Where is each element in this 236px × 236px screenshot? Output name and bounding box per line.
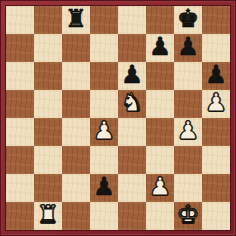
square-b7[interactable] — [34, 34, 62, 62]
white-knight-e5[interactable]: ♞ — [121, 90, 143, 117]
white-pawn-d4[interactable]: ♟ — [93, 118, 115, 145]
square-c4[interactable] — [62, 118, 90, 146]
square-d1[interactable] — [90, 202, 118, 230]
board-frame: ♜♚♟♟♟♟♞♟♟♟♟♟♜♚ — [0, 0, 236, 236]
square-a5[interactable] — [6, 90, 34, 118]
square-e7[interactable] — [118, 34, 146, 62]
square-e5[interactable]: ♞ — [118, 90, 146, 118]
square-g3[interactable] — [174, 146, 202, 174]
square-a2[interactable] — [6, 174, 34, 202]
square-g8[interactable]: ♚ — [174, 6, 202, 34]
white-pawn-h5[interactable]: ♟ — [205, 90, 227, 117]
square-d4[interactable]: ♟ — [90, 118, 118, 146]
square-h8[interactable] — [202, 6, 230, 34]
square-b6[interactable] — [34, 62, 62, 90]
black-pawn-d2[interactable]: ♟ — [93, 174, 115, 201]
square-f1[interactable] — [146, 202, 174, 230]
square-h7[interactable] — [202, 34, 230, 62]
square-f6[interactable] — [146, 62, 174, 90]
square-e8[interactable] — [118, 6, 146, 34]
square-d8[interactable] — [90, 6, 118, 34]
square-a4[interactable] — [6, 118, 34, 146]
square-b8[interactable] — [34, 6, 62, 34]
white-pawn-g4[interactable]: ♟ — [177, 118, 199, 145]
black-pawn-g7[interactable]: ♟ — [177, 34, 199, 61]
square-g5[interactable] — [174, 90, 202, 118]
square-e3[interactable] — [118, 146, 146, 174]
square-f8[interactable] — [146, 6, 174, 34]
square-b3[interactable] — [34, 146, 62, 174]
black-king-g8[interactable]: ♚ — [177, 6, 199, 33]
square-c8[interactable]: ♜ — [62, 6, 90, 34]
square-c2[interactable] — [62, 174, 90, 202]
square-h4[interactable] — [202, 118, 230, 146]
square-d3[interactable] — [90, 146, 118, 174]
square-a1[interactable] — [6, 202, 34, 230]
square-e4[interactable] — [118, 118, 146, 146]
square-a6[interactable] — [6, 62, 34, 90]
square-c5[interactable] — [62, 90, 90, 118]
square-e1[interactable] — [118, 202, 146, 230]
square-d2[interactable]: ♟ — [90, 174, 118, 202]
square-c7[interactable] — [62, 34, 90, 62]
square-c1[interactable] — [62, 202, 90, 230]
black-rook-c8[interactable]: ♜ — [65, 6, 87, 33]
square-g6[interactable] — [174, 62, 202, 90]
chess-board: ♜♚♟♟♟♟♞♟♟♟♟♟♜♚ — [6, 6, 230, 230]
square-b4[interactable] — [34, 118, 62, 146]
black-pawn-h6[interactable]: ♟ — [205, 62, 227, 89]
square-e2[interactable] — [118, 174, 146, 202]
black-pawn-f7[interactable]: ♟ — [149, 34, 171, 61]
square-f7[interactable]: ♟ — [146, 34, 174, 62]
square-h1[interactable] — [202, 202, 230, 230]
square-a8[interactable] — [6, 6, 34, 34]
square-h3[interactable] — [202, 146, 230, 174]
square-f2[interactable]: ♟ — [146, 174, 174, 202]
square-d5[interactable] — [90, 90, 118, 118]
square-a7[interactable] — [6, 34, 34, 62]
square-b5[interactable] — [34, 90, 62, 118]
square-g7[interactable]: ♟ — [174, 34, 202, 62]
square-e6[interactable]: ♟ — [118, 62, 146, 90]
square-h5[interactable]: ♟ — [202, 90, 230, 118]
square-a3[interactable] — [6, 146, 34, 174]
square-f5[interactable] — [146, 90, 174, 118]
square-d6[interactable] — [90, 62, 118, 90]
square-h6[interactable]: ♟ — [202, 62, 230, 90]
square-d7[interactable] — [90, 34, 118, 62]
square-h2[interactable] — [202, 174, 230, 202]
square-c6[interactable] — [62, 62, 90, 90]
square-b2[interactable] — [34, 174, 62, 202]
white-rook-b1[interactable]: ♜ — [37, 202, 59, 229]
square-g2[interactable] — [174, 174, 202, 202]
square-g1[interactable]: ♚ — [174, 202, 202, 230]
black-pawn-e6[interactable]: ♟ — [121, 62, 143, 89]
square-g4[interactable]: ♟ — [174, 118, 202, 146]
white-pawn-f2[interactable]: ♟ — [149, 174, 171, 201]
white-king-g1[interactable]: ♚ — [177, 202, 199, 229]
square-b1[interactable]: ♜ — [34, 202, 62, 230]
square-f4[interactable] — [146, 118, 174, 146]
square-f3[interactable] — [146, 146, 174, 174]
square-c3[interactable] — [62, 146, 90, 174]
